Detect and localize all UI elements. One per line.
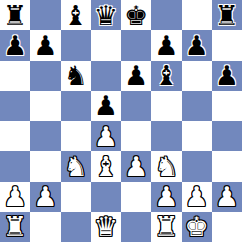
piece-black-pawn[interactable]: ♟ — [33, 32, 57, 59]
square-a6[interactable] — [0, 61, 30, 91]
square-a4[interactable] — [0, 121, 30, 151]
square-e6[interactable]: ♟ — [121, 61, 151, 91]
square-b7[interactable]: ♟ — [30, 30, 60, 60]
square-d4[interactable]: ♟ — [91, 121, 121, 151]
square-d7[interactable] — [91, 30, 121, 60]
square-h7[interactable] — [212, 30, 242, 60]
square-f7[interactable]: ♟ — [151, 30, 181, 60]
piece-black-pawn[interactable]: ♟ — [215, 62, 239, 89]
square-a8[interactable]: ♜ — [0, 0, 30, 30]
piece-white-bishop[interactable]: ♝ — [94, 153, 118, 180]
piece-white-pawn[interactable]: ♟ — [94, 123, 118, 150]
square-a5[interactable] — [0, 91, 30, 121]
square-d3[interactable]: ♝ — [91, 151, 121, 181]
square-e5[interactable] — [121, 91, 151, 121]
square-c3[interactable]: ♞ — [61, 151, 91, 181]
square-g1[interactable]: ♚ — [182, 212, 212, 242]
square-f4[interactable] — [151, 121, 181, 151]
square-h2[interactable]: ♟ — [212, 182, 242, 212]
piece-black-rook[interactable]: ♜ — [215, 2, 239, 29]
square-e7[interactable] — [121, 30, 151, 60]
piece-white-knight[interactable]: ♞ — [64, 153, 88, 180]
square-h4[interactable] — [212, 121, 242, 151]
square-b1[interactable] — [30, 212, 60, 242]
piece-black-pawn[interactable]: ♟ — [94, 92, 118, 119]
square-c4[interactable] — [61, 121, 91, 151]
square-a2[interactable]: ♟ — [0, 182, 30, 212]
square-d8[interactable]: ♛ — [91, 0, 121, 30]
square-f2[interactable]: ♟ — [151, 182, 181, 212]
square-b5[interactable] — [30, 91, 60, 121]
square-h5[interactable] — [212, 91, 242, 121]
piece-white-pawn[interactable]: ♟ — [3, 183, 27, 210]
square-b8[interactable] — [30, 0, 60, 30]
square-e8[interactable]: ♚ — [121, 0, 151, 30]
piece-white-rook[interactable]: ♜ — [3, 213, 27, 240]
square-e2[interactable] — [121, 182, 151, 212]
square-g8[interactable] — [182, 0, 212, 30]
square-f5[interactable] — [151, 91, 181, 121]
piece-black-queen[interactable]: ♛ — [94, 2, 118, 29]
square-b2[interactable]: ♟ — [30, 182, 60, 212]
piece-white-king[interactable]: ♚ — [185, 213, 209, 240]
square-g6[interactable] — [182, 61, 212, 91]
square-c6[interactable]: ♞ — [61, 61, 91, 91]
piece-white-knight[interactable]: ♞ — [154, 153, 178, 180]
piece-black-pawn[interactable]: ♟ — [154, 32, 178, 59]
square-c5[interactable] — [61, 91, 91, 121]
square-d1[interactable]: ♛ — [91, 212, 121, 242]
square-a1[interactable]: ♜ — [0, 212, 30, 242]
square-a3[interactable] — [0, 151, 30, 181]
square-e1[interactable] — [121, 212, 151, 242]
square-h3[interactable] — [212, 151, 242, 181]
square-c7[interactable] — [61, 30, 91, 60]
piece-black-bishop[interactable]: ♝ — [154, 62, 178, 89]
square-a7[interactable]: ♟ — [0, 30, 30, 60]
square-h6[interactable]: ♟ — [212, 61, 242, 91]
square-e4[interactable] — [121, 121, 151, 151]
piece-white-pawn[interactable]: ♟ — [154, 183, 178, 210]
piece-white-pawn[interactable]: ♟ — [215, 183, 239, 210]
square-g5[interactable] — [182, 91, 212, 121]
square-c2[interactable] — [61, 182, 91, 212]
piece-black-rook[interactable]: ♜ — [3, 2, 27, 29]
square-f3[interactable]: ♞ — [151, 151, 181, 181]
square-h1[interactable] — [212, 212, 242, 242]
piece-white-pawn[interactable]: ♟ — [124, 153, 148, 180]
square-g7[interactable]: ♟ — [182, 30, 212, 60]
piece-white-queen[interactable]: ♛ — [94, 213, 118, 240]
square-f8[interactable] — [151, 0, 181, 30]
piece-white-pawn[interactable]: ♟ — [33, 183, 57, 210]
square-g3[interactable] — [182, 151, 212, 181]
square-d2[interactable] — [91, 182, 121, 212]
piece-black-bishop[interactable]: ♝ — [64, 2, 88, 29]
chess-board: ♜♝♛♚♜♟♟♟♟♞♟♝♟♟♟♞♝♟♞♟♟♟♟♟♜♛♜♚ — [0, 0, 242, 242]
square-e3[interactable]: ♟ — [121, 151, 151, 181]
piece-black-pawn[interactable]: ♟ — [124, 62, 148, 89]
piece-black-pawn[interactable]: ♟ — [185, 32, 209, 59]
square-b4[interactable] — [30, 121, 60, 151]
square-f6[interactable]: ♝ — [151, 61, 181, 91]
square-g2[interactable]: ♟ — [182, 182, 212, 212]
square-c1[interactable] — [61, 212, 91, 242]
square-h8[interactable]: ♜ — [212, 0, 242, 30]
piece-white-pawn[interactable]: ♟ — [185, 183, 209, 210]
piece-black-knight[interactable]: ♞ — [64, 62, 88, 89]
square-f1[interactable]: ♜ — [151, 212, 181, 242]
piece-black-pawn[interactable]: ♟ — [3, 32, 27, 59]
square-d6[interactable] — [91, 61, 121, 91]
square-g4[interactable] — [182, 121, 212, 151]
square-b3[interactable] — [30, 151, 60, 181]
square-c8[interactable]: ♝ — [61, 0, 91, 30]
square-d5[interactable]: ♟ — [91, 91, 121, 121]
piece-black-king[interactable]: ♚ — [124, 2, 148, 29]
square-b6[interactable] — [30, 61, 60, 91]
piece-white-rook[interactable]: ♜ — [154, 213, 178, 240]
